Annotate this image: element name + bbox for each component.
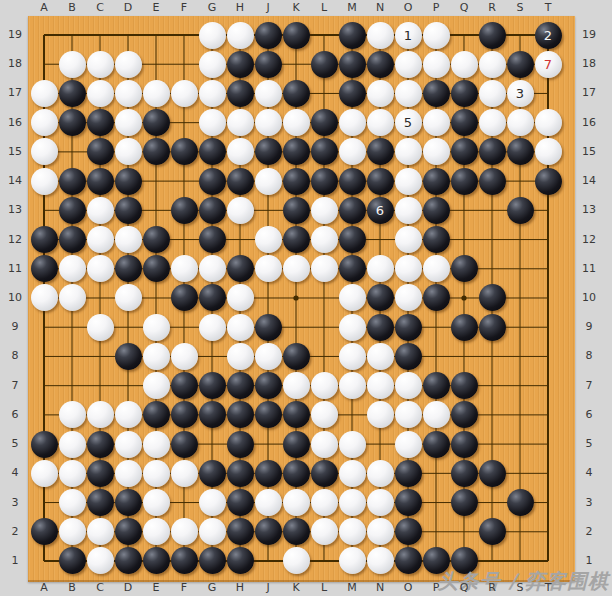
stone-black-C15[interactable] (87, 138, 114, 165)
stone-white-N11[interactable] (367, 255, 394, 282)
stone-black-N10[interactable] (367, 284, 394, 311)
stone-black-Q4[interactable] (451, 460, 478, 487)
stone-black-M19[interactable] (339, 22, 366, 49)
stone-black-Q7[interactable] (451, 372, 478, 399)
stone-black-O8[interactable] (395, 343, 422, 370)
stone-white-M3[interactable] (339, 489, 366, 516)
stone-white-M1[interactable] (339, 547, 366, 574)
stone-white-G3[interactable] (199, 489, 226, 516)
stone-black-Q9[interactable] (451, 314, 478, 341)
stone-black-Q14[interactable] (451, 168, 478, 195)
stone-black-F13[interactable] (171, 197, 198, 224)
stone-black-G10[interactable] (199, 284, 226, 311)
stone-white-D4[interactable] (115, 460, 142, 487)
stone-white-L2[interactable] (311, 518, 338, 545)
stone-white-N19[interactable] (367, 22, 394, 49)
stone-white-L3[interactable] (311, 489, 338, 516)
stone-white-K16[interactable] (283, 109, 310, 136)
stone-white-J8[interactable] (255, 343, 282, 370)
stone-white-C1[interactable] (87, 547, 114, 574)
stone-white-E8[interactable] (143, 343, 170, 370)
stone-black-B17[interactable] (59, 80, 86, 107)
stone-black-C16[interactable] (87, 109, 114, 136)
stone-white-O18[interactable] (395, 51, 422, 78)
stone-black-D1[interactable] (115, 547, 142, 574)
stone-white-C12[interactable] (87, 226, 114, 253)
stone-white-G16[interactable] (199, 109, 226, 136)
stone-black-O2[interactable] (395, 518, 422, 545)
go-board[interactable]: 127356 (28, 16, 575, 582)
stone-black-C14[interactable] (87, 168, 114, 195)
stone-black-G7[interactable] (199, 372, 226, 399)
stone-white-D15[interactable] (115, 138, 142, 165)
stone-white-K3[interactable] (283, 489, 310, 516)
stone-white-H15[interactable] (227, 138, 254, 165)
stone-black-K17[interactable] (283, 80, 310, 107)
stone-black-O4[interactable] (395, 460, 422, 487)
stone-white-R16[interactable] (479, 109, 506, 136)
stone-black-D3[interactable] (115, 489, 142, 516)
stone-white-P11[interactable] (423, 255, 450, 282)
stone-white-P18[interactable] (423, 51, 450, 78)
stone-white-C6[interactable] (87, 401, 114, 428)
stone-white-D18[interactable] (115, 51, 142, 78)
stone-white-D10[interactable] (115, 284, 142, 311)
stone-black-Q11[interactable] (451, 255, 478, 282)
stone-black-R14[interactable] (479, 168, 506, 195)
stone-white-J16[interactable] (255, 109, 282, 136)
stone-black-O9[interactable] (395, 314, 422, 341)
stone-black-R19[interactable] (479, 22, 506, 49)
stone-black-C5[interactable] (87, 431, 114, 458)
stone-white-R18[interactable] (479, 51, 506, 78)
stone-white-O14[interactable] (395, 168, 422, 195)
stone-white-O13[interactable] (395, 197, 422, 224)
col-label-top-E: E (144, 2, 168, 14)
stone-white-F2[interactable] (171, 518, 198, 545)
stone-white-M9[interactable] (339, 314, 366, 341)
stone-white-J3[interactable] (255, 489, 282, 516)
stone-white-E7[interactable] (143, 372, 170, 399)
col-label-top-S: S (508, 2, 532, 14)
stone-white-M10[interactable] (339, 284, 366, 311)
stone-white-M8[interactable] (339, 343, 366, 370)
stone-white-N2[interactable] (367, 518, 394, 545)
stone-white-L7[interactable] (311, 372, 338, 399)
stone-black-J19[interactable] (255, 22, 282, 49)
stone-white-D5[interactable] (115, 431, 142, 458)
stone-white-J12[interactable] (255, 226, 282, 253)
stone-black-J9[interactable] (255, 314, 282, 341)
stone-black-P14[interactable] (423, 168, 450, 195)
stone-black-A12[interactable] (31, 226, 58, 253)
stone-white-H16[interactable] (227, 109, 254, 136)
stone-white-E5[interactable] (143, 431, 170, 458)
stone-white-Q18[interactable] (451, 51, 478, 78)
stone-black-P13[interactable] (423, 197, 450, 224)
stone-black-J6[interactable] (255, 401, 282, 428)
stone-black-B13[interactable] (59, 197, 86, 224)
stone-black-A11[interactable] (31, 255, 58, 282)
stone-white-N8[interactable] (367, 343, 394, 370)
stone-white-O17[interactable] (395, 80, 422, 107)
stone-white-M7[interactable] (339, 372, 366, 399)
stone-black-N18[interactable] (367, 51, 394, 78)
stone-white-P19[interactable] (423, 22, 450, 49)
stone-white-H13[interactable] (227, 197, 254, 224)
stone-white-H9[interactable] (227, 314, 254, 341)
stone-black-C3[interactable] (87, 489, 114, 516)
row-label-left-10: 10 (3, 292, 27, 304)
stone-white-L12[interactable] (311, 226, 338, 253)
stone-white-G19[interactable] (199, 22, 226, 49)
stone-white-T18[interactable]: 7 (535, 51, 562, 78)
col-label-bottom-G: G (200, 582, 224, 594)
row-label-left-8: 8 (3, 350, 27, 362)
stone-white-D17[interactable] (115, 80, 142, 107)
stone-black-D2[interactable] (115, 518, 142, 545)
stone-black-J18[interactable] (255, 51, 282, 78)
move-number-2: 2 (544, 29, 552, 42)
stone-black-J15[interactable] (255, 138, 282, 165)
stone-black-H5[interactable] (227, 431, 254, 458)
stone-black-S18[interactable] (507, 51, 534, 78)
col-label-top-G: G (200, 2, 224, 14)
stone-white-C11[interactable] (87, 255, 114, 282)
stone-white-J14[interactable] (255, 168, 282, 195)
stone-white-G17[interactable] (199, 80, 226, 107)
col-label-top-P: P (424, 2, 448, 14)
stone-black-H11[interactable] (227, 255, 254, 282)
stone-black-E15[interactable] (143, 138, 170, 165)
stone-black-R9[interactable] (479, 314, 506, 341)
stone-black-A2[interactable] (31, 518, 58, 545)
stone-white-A17[interactable] (31, 80, 58, 107)
stone-white-N17[interactable] (367, 80, 394, 107)
stone-white-M5[interactable] (339, 431, 366, 458)
stone-white-M15[interactable] (339, 138, 366, 165)
stone-black-R15[interactable] (479, 138, 506, 165)
stone-black-K14[interactable] (283, 168, 310, 195)
stone-black-F5[interactable] (171, 431, 198, 458)
stone-black-B12[interactable] (59, 226, 86, 253)
stone-black-M13[interactable] (339, 197, 366, 224)
stone-white-A16[interactable] (31, 109, 58, 136)
stone-black-H4[interactable] (227, 460, 254, 487)
stone-white-O12[interactable] (395, 226, 422, 253)
stone-black-F6[interactable] (171, 401, 198, 428)
stone-black-F10[interactable] (171, 284, 198, 311)
stone-white-B3[interactable] (59, 489, 86, 516)
stone-black-H1[interactable] (227, 547, 254, 574)
stone-white-D6[interactable] (115, 401, 142, 428)
stone-white-N6[interactable] (367, 401, 394, 428)
col-label-top-T: T (536, 2, 560, 14)
col-label-bottom-S: S (508, 582, 532, 594)
stone-black-H17[interactable] (227, 80, 254, 107)
stone-white-O15[interactable] (395, 138, 422, 165)
stone-white-E4[interactable] (143, 460, 170, 487)
stone-black-K12[interactable] (283, 226, 310, 253)
stone-black-J7[interactable] (255, 372, 282, 399)
stone-white-H10[interactable] (227, 284, 254, 311)
stone-white-O7[interactable] (395, 372, 422, 399)
row-label-right-19: 19 (577, 29, 601, 41)
row-label-left-9: 9 (3, 321, 27, 333)
stone-white-M4[interactable] (339, 460, 366, 487)
stone-black-M14[interactable] (339, 168, 366, 195)
col-label-bottom-A: A (32, 582, 56, 594)
stone-white-A15[interactable] (31, 138, 58, 165)
stone-black-A5[interactable] (31, 431, 58, 458)
row-label-left-15: 15 (3, 146, 27, 158)
stone-black-S15[interactable] (507, 138, 534, 165)
stone-white-O16[interactable]: 5 (395, 109, 422, 136)
stone-black-E11[interactable] (143, 255, 170, 282)
stone-black-Q6[interactable] (451, 401, 478, 428)
stone-white-N7[interactable] (367, 372, 394, 399)
stone-white-O6[interactable] (395, 401, 422, 428)
stone-white-O19[interactable]: 1 (395, 22, 422, 49)
stone-black-L4[interactable] (311, 460, 338, 487)
stone-white-N3[interactable] (367, 489, 394, 516)
stone-black-F15[interactable] (171, 138, 198, 165)
stone-black-L16[interactable] (311, 109, 338, 136)
stone-black-L18[interactable] (311, 51, 338, 78)
stone-white-C2[interactable] (87, 518, 114, 545)
stone-black-P5[interactable] (423, 431, 450, 458)
row-label-left-6: 6 (3, 409, 27, 421)
stone-white-M16[interactable] (339, 109, 366, 136)
stone-black-K4[interactable] (283, 460, 310, 487)
stone-black-Q3[interactable] (451, 489, 478, 516)
stone-white-P16[interactable] (423, 109, 450, 136)
stone-white-B11[interactable] (59, 255, 86, 282)
stone-black-D8[interactable] (115, 343, 142, 370)
stone-white-D16[interactable] (115, 109, 142, 136)
stone-white-A14[interactable] (31, 168, 58, 195)
stone-black-K8[interactable] (283, 343, 310, 370)
row-label-right-18: 18 (577, 58, 601, 70)
stone-white-N4[interactable] (367, 460, 394, 487)
stone-white-J17[interactable] (255, 80, 282, 107)
stone-black-O1[interactable] (395, 547, 422, 574)
stone-black-F1[interactable] (171, 547, 198, 574)
stone-black-H6[interactable] (227, 401, 254, 428)
col-label-bottom-D: D (116, 582, 140, 594)
stone-white-N16[interactable] (367, 109, 394, 136)
stone-white-N1[interactable] (367, 547, 394, 574)
stone-black-J4[interactable] (255, 460, 282, 487)
stone-black-C4[interactable] (87, 460, 114, 487)
row-label-left-5: 5 (3, 438, 27, 450)
stone-black-K2[interactable] (283, 518, 310, 545)
stone-black-B14[interactable] (59, 168, 86, 195)
row-label-right-6: 6 (577, 409, 601, 421)
stone-white-K7[interactable] (283, 372, 310, 399)
stone-white-F8[interactable] (171, 343, 198, 370)
stone-black-P7[interactable] (423, 372, 450, 399)
stone-white-C9[interactable] (87, 314, 114, 341)
stone-black-R2[interactable] (479, 518, 506, 545)
stone-white-B10[interactable] (59, 284, 86, 311)
col-label-top-C: C (88, 2, 112, 14)
col-label-top-R: R (480, 2, 504, 14)
row-label-right-1: 1 (577, 555, 601, 567)
stone-black-H2[interactable] (227, 518, 254, 545)
stone-black-D14[interactable] (115, 168, 142, 195)
stone-black-E1[interactable] (143, 547, 170, 574)
stone-white-T16[interactable] (535, 109, 562, 136)
stone-white-E2[interactable] (143, 518, 170, 545)
stone-black-Q16[interactable] (451, 109, 478, 136)
stone-white-S17[interactable]: 3 (507, 80, 534, 107)
stone-black-M18[interactable] (339, 51, 366, 78)
stone-black-S13[interactable] (507, 197, 534, 224)
stone-black-F7[interactable] (171, 372, 198, 399)
stone-white-E3[interactable] (143, 489, 170, 516)
stone-black-T19[interactable]: 2 (535, 22, 562, 49)
stone-black-M17[interactable] (339, 80, 366, 107)
stone-white-A10[interactable] (31, 284, 58, 311)
col-label-bottom-P: P (424, 582, 448, 594)
stone-white-L5[interactable] (311, 431, 338, 458)
row-label-left-7: 7 (3, 380, 27, 392)
stone-black-N14[interactable] (367, 168, 394, 195)
stone-black-M11[interactable] (339, 255, 366, 282)
stone-white-B6[interactable] (59, 401, 86, 428)
stone-white-T15[interactable] (535, 138, 562, 165)
stone-black-P10[interactable] (423, 284, 450, 311)
stone-white-O11[interactable] (395, 255, 422, 282)
stone-black-B1[interactable] (59, 547, 86, 574)
stone-black-G12[interactable] (199, 226, 226, 253)
stone-white-A4[interactable] (31, 460, 58, 487)
stone-black-H18[interactable] (227, 51, 254, 78)
stone-white-C17[interactable] (87, 80, 114, 107)
stone-white-G18[interactable] (199, 51, 226, 78)
col-label-top-Q: Q (452, 2, 476, 14)
stone-black-K5[interactable] (283, 431, 310, 458)
stone-black-K19[interactable] (283, 22, 310, 49)
stone-white-B18[interactable] (59, 51, 86, 78)
stone-black-D11[interactable] (115, 255, 142, 282)
stone-black-N15[interactable] (367, 138, 394, 165)
stone-black-J2[interactable] (255, 518, 282, 545)
stone-black-K13[interactable] (283, 197, 310, 224)
stone-white-E9[interactable] (143, 314, 170, 341)
stone-black-E12[interactable] (143, 226, 170, 253)
stone-black-P17[interactable] (423, 80, 450, 107)
stone-white-C13[interactable] (87, 197, 114, 224)
col-label-top-K: K (284, 2, 308, 14)
stone-white-S16[interactable] (507, 109, 534, 136)
stone-white-L6[interactable] (311, 401, 338, 428)
stone-black-G14[interactable] (199, 168, 226, 195)
stone-white-P15[interactable] (423, 138, 450, 165)
stone-black-B16[interactable] (59, 109, 86, 136)
row-label-right-7: 7 (577, 380, 601, 392)
stone-white-R17[interactable] (479, 80, 506, 107)
stone-black-N13[interactable]: 6 (367, 197, 394, 224)
stone-white-H19[interactable] (227, 22, 254, 49)
stone-white-E17[interactable] (143, 80, 170, 107)
row-label-right-3: 3 (577, 497, 601, 509)
stone-white-G11[interactable] (199, 255, 226, 282)
stone-white-L11[interactable] (311, 255, 338, 282)
stone-black-G13[interactable] (199, 197, 226, 224)
stone-white-P6[interactable] (423, 401, 450, 428)
stone-white-J11[interactable] (255, 255, 282, 282)
stone-white-O10[interactable] (395, 284, 422, 311)
stone-black-K6[interactable] (283, 401, 310, 428)
stone-black-Q15[interactable] (451, 138, 478, 165)
stone-white-B5[interactable] (59, 431, 86, 458)
stone-black-Q17[interactable] (451, 80, 478, 107)
stone-black-K15[interactable] (283, 138, 310, 165)
stone-black-G1[interactable] (199, 547, 226, 574)
stone-black-D13[interactable] (115, 197, 142, 224)
col-label-bottom-R: R (480, 582, 504, 594)
stone-white-B4[interactable] (59, 460, 86, 487)
stone-black-G6[interactable] (199, 401, 226, 428)
stone-white-H8[interactable] (227, 343, 254, 370)
stone-black-L14[interactable] (311, 168, 338, 195)
stone-black-S3[interactable] (507, 489, 534, 516)
stone-white-G2[interactable] (199, 518, 226, 545)
stone-black-E6[interactable] (143, 401, 170, 428)
stone-black-O3[interactable] (395, 489, 422, 516)
row-label-right-8: 8 (577, 350, 601, 362)
stone-white-B2[interactable] (59, 518, 86, 545)
stone-black-T14[interactable] (535, 168, 562, 195)
stone-white-K11[interactable] (283, 255, 310, 282)
col-label-top-F: F (172, 2, 196, 14)
stone-white-O5[interactable] (395, 431, 422, 458)
stone-white-F17[interactable] (171, 80, 198, 107)
stone-black-R10[interactable] (479, 284, 506, 311)
stone-white-G9[interactable] (199, 314, 226, 341)
stone-black-G15[interactable] (199, 138, 226, 165)
stone-black-P12[interactable] (423, 226, 450, 253)
row-label-left-4: 4 (3, 467, 27, 479)
stone-white-C18[interactable] (87, 51, 114, 78)
stone-white-L13[interactable] (311, 197, 338, 224)
row-label-right-14: 14 (577, 175, 601, 187)
stone-black-E16[interactable] (143, 109, 170, 136)
stone-white-D12[interactable] (115, 226, 142, 253)
row-label-left-18: 18 (3, 58, 27, 70)
stone-black-L15[interactable] (311, 138, 338, 165)
col-label-bottom-K: K (284, 582, 308, 594)
col-label-top-A: A (32, 2, 56, 14)
stone-black-H7[interactable] (227, 372, 254, 399)
stone-white-M2[interactable] (339, 518, 366, 545)
row-label-left-16: 16 (3, 117, 27, 129)
move-number-6: 6 (376, 204, 384, 217)
stone-white-F4[interactable] (171, 460, 198, 487)
stone-black-R4[interactable] (479, 460, 506, 487)
stone-black-N9[interactable] (367, 314, 394, 341)
stone-white-K1[interactable] (283, 547, 310, 574)
stone-white-F11[interactable] (171, 255, 198, 282)
stone-black-H3[interactable] (227, 489, 254, 516)
stone-black-M12[interactable] (339, 226, 366, 253)
col-label-bottom-C: C (88, 582, 112, 594)
stone-black-Q5[interactable] (451, 431, 478, 458)
stone-black-G4[interactable] (199, 460, 226, 487)
stone-black-H14[interactable] (227, 168, 254, 195)
